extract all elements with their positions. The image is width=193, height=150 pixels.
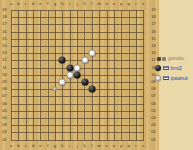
coord-number-right: 17 [151,22,155,26]
settings-icon [162,57,166,61]
coord-letter-top: m [98,2,101,6]
coord-letter-top: n [105,2,107,6]
coord-number-left: 10 [2,73,6,77]
coord-letter-bottom: q [127,144,129,148]
coord-letter-bottom: i [69,144,70,148]
coord-number-left: 07 [2,94,6,98]
stone-black-k9 [81,79,88,86]
flag-icon [163,66,169,71]
coord-letter-bottom: m [98,144,101,148]
coord-letter-bottom: p [120,144,122,148]
coord-letter-bottom: r [135,144,136,148]
coord-number-left: 11 [2,66,6,70]
player-name-black[interactable]: bnrd2 [171,66,183,71]
coord-letter-top: s [142,2,144,6]
coord-letter-bottom: a [10,144,12,148]
sidebar-header-label: gomoku [168,56,184,61]
stone-black-h12 [59,57,66,64]
coord-number-left: 17 [2,22,6,26]
coord-number-right: 12 [151,58,155,62]
player-row-black: bnrd2 [155,64,182,72]
go-board[interactable]: aabbccddeeffgghhiijjkkllmmnnooppqqrrss19… [0,0,159,150]
coord-letter-bottom: b [17,144,19,148]
coord-letter-bottom: l [91,144,92,148]
stone-white-k12 [81,57,88,64]
stone-black-l8 [88,86,95,93]
stone-black-i11 [66,64,73,71]
coord-number-left: 08 [2,87,6,91]
coord-letter-bottom: d [32,144,34,148]
coord-number-left: 18 [2,15,6,19]
coord-number-left: 09 [2,80,6,84]
move-marker-g8 [53,87,58,92]
coord-letter-bottom: o [113,144,115,148]
coord-number-left: 06 [2,102,6,106]
coord-number-left: 16 [2,30,6,34]
flag-icon [163,76,169,81]
coord-number-right: 04 [151,116,155,120]
coord-number-right: 03 [151,123,155,127]
black-stone-icon [155,65,161,71]
coord-number-right: 14 [151,44,155,48]
coord-letter-bottom: s [142,144,144,148]
coord-letter-top: o [113,2,115,6]
coord-letter-top: e [39,2,41,6]
coord-letter-top: r [135,2,136,6]
stone-white-i10 [66,71,73,78]
coord-number-right: 16 [151,30,155,34]
coord-letter-top: q [127,2,129,6]
coord-letter-bottom: e [39,144,41,148]
coord-letter-top: g [54,2,56,6]
coord-letter-bottom: g [54,144,56,148]
table-icon [157,57,161,61]
coord-number-right: 06 [151,102,155,106]
coord-number-right: 05 [151,109,155,113]
coord-letter-top: a [10,2,12,6]
coord-letter-top: b [17,2,19,6]
coord-number-left: 12 [2,58,6,62]
marker-dot [54,88,56,90]
coord-letter-bottom: k [84,144,86,148]
sidebar: gomoku bnrd2 tpatanuk [159,0,193,150]
coord-number-left: 15 [2,37,6,41]
white-stone-icon [155,75,161,81]
player-name-white[interactable]: tpatanuk [171,76,188,81]
coord-letter-top: j [77,2,78,6]
coord-number-right: 19 [151,8,155,12]
coord-number-left: 19 [2,8,6,12]
coord-letter-bottom: n [105,144,107,148]
stone-white-l13 [88,50,95,57]
coord-number-right: 18 [151,15,155,19]
stone-black-j10 [74,71,81,78]
coord-letter-bottom: j [77,144,78,148]
coord-letter-bottom: c [25,144,27,148]
stone-white-h9 [59,79,66,86]
coord-number-left: 01 [2,138,6,142]
coord-number-right: 07 [151,94,155,98]
coord-number-right: 15 [151,37,155,41]
coord-number-left: 03 [2,123,6,127]
coord-letter-top: l [91,2,92,6]
coord-letter-top: c [25,2,27,6]
coord-letter-bottom: h [61,144,63,148]
coord-letter-top: f [47,2,48,6]
sidebar-header: gomoku [157,56,184,61]
coord-number-right: 02 [151,130,155,134]
coord-number-left: 14 [2,44,6,48]
gomoku-game-window: aabbccddeeffgghhiijjkkllmmnnooppqqrrss19… [0,0,193,150]
coord-number-right: 01 [151,138,155,142]
coord-letter-top: h [61,2,63,6]
coord-letter-top: p [120,2,122,6]
coord-letter-top: i [69,2,70,6]
coord-number-left: 02 [2,130,6,134]
coord-number-right: 13 [151,51,155,55]
coord-letter-bottom: f [47,144,48,148]
coord-number-left: 04 [2,116,6,120]
coord-number-right: 08 [151,87,155,91]
coord-number-left: 13 [2,51,6,55]
coord-letter-top: d [32,2,34,6]
coord-letter-top: k [84,2,86,6]
coord-number-left: 05 [2,109,6,113]
stone-white-j11 [74,64,81,71]
player-row-white: tpatanuk [155,74,188,82]
